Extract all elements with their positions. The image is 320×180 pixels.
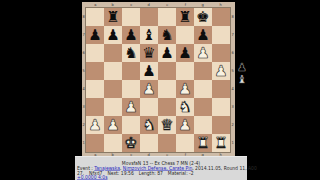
square-h8[interactable] [212, 8, 230, 26]
piece-black-rook-b8[interactable]: ♜ [104, 8, 122, 26]
square-e2[interactable]: ♛ [158, 116, 176, 134]
square-b8[interactable]: ♜ [104, 8, 122, 26]
piece-black-pawn-a7[interactable]: ♟ [86, 26, 104, 44]
square-c6[interactable]: ♞ [122, 44, 140, 62]
square-a6[interactable] [86, 44, 104, 62]
piece-black-pawn-c7[interactable]: ♟ [122, 26, 140, 44]
piece-black-pawn-e6[interactable]: ♟ [158, 44, 176, 62]
piece-black-pawn-d5[interactable]: ♟ [140, 62, 158, 80]
square-c7[interactable]: ♟ [122, 26, 140, 44]
rank-label-1: 1 [231, 141, 233, 145]
square-g7[interactable]: ♟ [194, 26, 212, 44]
square-e6[interactable]: ♟ [158, 44, 176, 62]
rank-label-cell: 8 [230, 8, 235, 26]
square-h5[interactable]: ♟ [212, 62, 230, 80]
square-d6[interactable]: ♛ [140, 44, 158, 62]
square-c8[interactable] [122, 8, 140, 26]
rank-label-cell: 3 [230, 98, 235, 116]
rank-label-cell: 2 [230, 116, 235, 134]
eval-line: +0.0000 4:0s [75, 175, 247, 180]
piece-white-pawn-g6[interactable]: ♟ [194, 44, 212, 62]
square-b3[interactable] [104, 98, 122, 116]
square-f1[interactable] [176, 134, 194, 152]
rank-label-7: 7 [83, 33, 85, 37]
rank-label-8: 8 [231, 15, 233, 19]
piece-black-king-g8[interactable]: ♚ [194, 8, 212, 26]
square-f7[interactable] [176, 26, 194, 44]
square-f3[interactable]: ♞ [176, 98, 194, 116]
square-c5[interactable] [122, 62, 140, 80]
square-c3[interactable]: ♟ [122, 98, 140, 116]
captured-pieces-tray: ♟♝ [236, 62, 248, 86]
square-a5[interactable] [86, 62, 104, 80]
square-b6[interactable] [104, 44, 122, 62]
piece-black-queen-d6[interactable]: ♛ [140, 44, 158, 62]
square-d2[interactable]: ♞ [140, 116, 158, 134]
rank-label-2: 2 [83, 123, 85, 127]
square-a7[interactable]: ♟ [86, 26, 104, 44]
piece-black-rook-f8[interactable]: ♜ [176, 8, 194, 26]
rank-label-4: 4 [83, 87, 85, 91]
piece-white-pawn-a2[interactable]: ♟ [86, 116, 104, 134]
file-label-f: f [184, 3, 185, 7]
rank-label-6: 6 [231, 51, 233, 55]
rank-label-3: 3 [231, 105, 233, 109]
square-g8[interactable]: ♚ [194, 8, 212, 26]
piece-black-pawn-g7[interactable]: ♟ [194, 26, 212, 44]
chess-board-widget: abcdefgh 87654321 ♜♜♚♟♟♟♝♞♟♞♛♟♟♟♟♟♟♟♟♞♟♟… [82, 2, 235, 158]
square-d4[interactable]: ♟ [140, 80, 158, 98]
square-f5[interactable] [176, 62, 194, 80]
square-d7[interactable]: ♝ [140, 26, 158, 44]
square-a8[interactable] [86, 8, 104, 26]
captured-white-bishop-icon: ♝ [236, 74, 248, 86]
rank-label-cell: 6 [230, 44, 235, 62]
file-label-a: a [94, 3, 96, 7]
piece-white-rook-h1[interactable]: ♜ [212, 134, 230, 152]
game-info-panel: MovsfaN 13 -- Ex Chess 7 MN (2-4) Event … [75, 156, 247, 180]
square-g1[interactable]: ♜ [194, 134, 212, 152]
rank-label-5: 5 [83, 69, 85, 73]
piece-white-pawn-h5[interactable]: ♟ [212, 62, 230, 80]
square-f6[interactable]: ♟ [176, 44, 194, 62]
piece-white-pawn-d4[interactable]: ♟ [140, 80, 158, 98]
piece-black-pawn-f6[interactable]: ♟ [176, 44, 194, 62]
square-d5[interactable]: ♟ [140, 62, 158, 80]
chess-board[interactable]: ♜♜♚♟♟♟♝♞♟♞♛♟♟♟♟♟♟♟♟♞♟♟♞♛♟♚♜♜ [86, 8, 230, 152]
square-h3[interactable] [212, 98, 230, 116]
square-e7[interactable]: ♞ [158, 26, 176, 44]
piece-white-rook-g1[interactable]: ♜ [194, 134, 212, 152]
square-g3[interactable] [194, 98, 212, 116]
square-c2[interactable] [122, 116, 140, 134]
rank-label-3: 3 [83, 105, 85, 109]
rank-label-7: 7 [231, 33, 233, 37]
square-g6[interactable]: ♟ [194, 44, 212, 62]
rank-label-6: 6 [83, 51, 85, 55]
square-f2[interactable]: ♟ [176, 116, 194, 134]
square-e1[interactable] [158, 134, 176, 152]
square-g4[interactable] [194, 80, 212, 98]
square-e3[interactable] [158, 98, 176, 116]
square-b5[interactable] [104, 62, 122, 80]
piece-white-pawn-f4[interactable]: ♟ [176, 80, 194, 98]
square-h2[interactable] [212, 116, 230, 134]
rank-label-cell: 7 [230, 26, 235, 44]
file-label-c: c [130, 3, 132, 7]
piece-white-pawn-c3[interactable]: ♟ [122, 98, 140, 116]
square-d8[interactable] [140, 8, 158, 26]
piece-black-knight-c6[interactable]: ♞ [122, 44, 140, 62]
rank-label-5: 5 [231, 69, 233, 73]
file-label-b: b [112, 3, 114, 7]
rank-label-1: 1 [83, 141, 85, 145]
piece-white-knight-d2[interactable]: ♞ [140, 116, 158, 134]
square-f8[interactable]: ♜ [176, 8, 194, 26]
square-g5[interactable] [194, 62, 212, 80]
square-a3[interactable] [86, 98, 104, 116]
file-label-h: h [220, 3, 222, 7]
piece-white-pawn-b2[interactable]: ♟ [104, 116, 122, 134]
rank-label-4: 4 [231, 87, 233, 91]
square-d3[interactable] [140, 98, 158, 116]
file-label-e: e [166, 3, 168, 7]
square-h4[interactable] [212, 80, 230, 98]
square-b2[interactable]: ♟ [104, 116, 122, 134]
rank-label-8: 8 [83, 15, 85, 19]
piece-white-knight-f3[interactable]: ♞ [176, 98, 194, 116]
rank-label-cell: 4 [230, 80, 235, 98]
file-label-g: g [202, 3, 204, 7]
square-f4[interactable]: ♟ [176, 80, 194, 98]
square-d1[interactable] [140, 134, 158, 152]
square-g2[interactable] [194, 116, 212, 134]
square-a4[interactable] [86, 80, 104, 98]
square-a1[interactable] [86, 134, 104, 152]
square-e5[interactable] [158, 62, 176, 80]
square-b7[interactable]: ♟ [104, 26, 122, 44]
file-label-d: d [148, 3, 150, 7]
rank-label-cell: 1 [230, 134, 235, 152]
square-h6[interactable] [212, 44, 230, 62]
piece-black-pawn-b7[interactable]: ♟ [104, 26, 122, 44]
square-c4[interactable] [122, 80, 140, 98]
event-tail: 2014.11.05, Round 11, A00 [195, 165, 257, 170]
piece-white-king-c1[interactable]: ♚ [122, 134, 140, 152]
piece-white-queen-e2[interactable]: ♛ [158, 116, 176, 134]
square-c1[interactable]: ♚ [122, 134, 140, 152]
square-e4[interactable] [158, 80, 176, 98]
square-b4[interactable] [104, 80, 122, 98]
square-b1[interactable] [104, 134, 122, 152]
piece-white-pawn-f2[interactable]: ♟ [176, 116, 194, 134]
square-a2[interactable]: ♟ [86, 116, 104, 134]
eval-link[interactable]: +0.0000 4:0s [77, 175, 108, 180]
piece-black-knight-e7[interactable]: ♞ [158, 26, 176, 44]
piece-black-bishop-d7[interactable]: ♝ [140, 26, 158, 44]
square-h1[interactable]: ♜ [212, 134, 230, 152]
rank-label-cell: 5 [230, 62, 235, 80]
square-e8[interactable] [158, 8, 176, 26]
rank-label-2: 2 [231, 123, 233, 127]
square-h7[interactable] [212, 26, 230, 44]
rank-labels-right: 87654321 [230, 8, 235, 152]
